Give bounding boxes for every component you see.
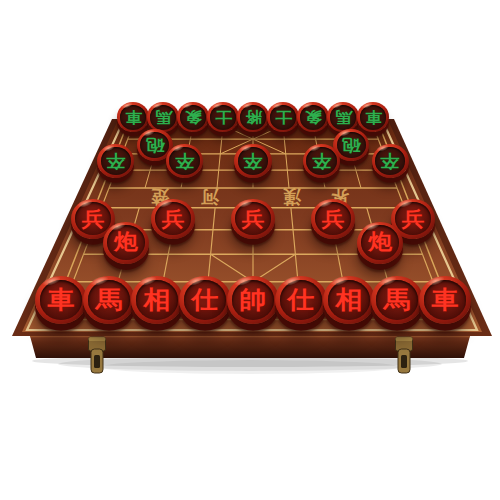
piece-black-king[interactable]: 將 [237,102,270,132]
piece-glyph: 兵 [322,209,345,229]
piece-face: 馬 [376,280,419,319]
piece-glyph: 兵 [402,209,425,229]
piece-glyph: 兵 [82,209,105,229]
piece-face: 士 [270,105,297,130]
piece-glyph: 車 [365,110,382,125]
piece-glyph: 卒 [312,152,331,169]
piece-face: 兵 [395,202,431,235]
piece-face: 車 [360,105,387,130]
piece-black-advisor[interactable]: 士 [267,102,300,132]
piece-black-horse[interactable]: 馬 [147,102,180,132]
piece-face: 相 [136,280,179,319]
piece-red-elephant[interactable]: 相 [131,276,183,324]
piece-red-horse[interactable]: 馬 [83,276,135,324]
piece-red-horse[interactable]: 馬 [371,276,423,324]
piece-black-chariot[interactable]: 車 [117,102,150,132]
piece-black-soldier[interactable]: 卒 [166,144,203,178]
piece-face: 車 [424,280,467,319]
piece-black-soldier[interactable]: 卒 [303,144,340,178]
piece-black-soldier[interactable]: 卒 [97,144,134,178]
piece-red-advisor[interactable]: 仕 [179,276,231,324]
piece-glyph: 兵 [242,209,265,229]
piece-face: 士 [210,105,237,130]
piece-face: 兵 [315,202,351,235]
piece-red-chariot[interactable]: 車 [35,276,87,324]
piece-face: 炮 [107,225,145,260]
piece-glyph: 將 [245,110,262,125]
piece-glyph: 車 [431,288,458,312]
piece-glyph: 帥 [239,288,266,312]
piece-glyph: 仕 [287,288,314,312]
piece-face: 將 [240,105,267,130]
piece-glyph: 相 [143,288,170,312]
piece-face: 象 [300,105,327,130]
piece-glyph: 象 [185,110,202,125]
piece-face: 車 [40,280,83,319]
piece-face: 馬 [150,105,177,130]
piece-face: 卒 [306,147,336,175]
piece-glyph: 卒 [243,152,262,169]
piece-glyph: 馬 [155,110,172,125]
piece-face: 車 [120,105,147,130]
piece-face: 炮 [361,225,399,260]
piece-glyph: 炮 [114,232,138,253]
piece-glyph: 象 [305,110,322,125]
piece-face: 卒 [238,147,268,175]
piece-black-advisor[interactable]: 士 [207,102,240,132]
piece-red-cannon[interactable]: 炮 [103,222,149,264]
piece-red-soldier[interactable]: 兵 [151,199,194,239]
piece-glyph: 馬 [383,288,410,312]
piece-glyph: 卒 [175,152,194,169]
piece-glyph: 卒 [380,152,399,169]
piece-face: 砲 [337,132,366,159]
piece-face: 相 [328,280,371,319]
piece-face: 帥 [232,280,275,319]
piece-glyph: 兵 [162,209,185,229]
piece-glyph: 砲 [146,137,164,154]
piece-red-chariot[interactable]: 車 [419,276,471,324]
piece-glyph: 相 [335,288,362,312]
piece-glyph: 士 [275,110,292,125]
piece-face: 兵 [155,202,191,235]
piece-black-elephant[interactable]: 象 [177,102,210,132]
piece-red-soldier[interactable]: 兵 [231,199,274,239]
piece-glyph: 馬 [95,288,122,312]
piece-face: 馬 [330,105,357,130]
piece-face: 兵 [235,202,271,235]
piece-face: 卒 [375,147,405,175]
piece-red-elephant[interactable]: 相 [323,276,375,324]
piece-black-soldier[interactable]: 卒 [372,144,409,178]
piece-face: 卒 [101,147,131,175]
piece-face: 砲 [140,132,169,159]
piece-glyph: 卒 [106,152,125,169]
piece-red-cannon[interactable]: 炮 [357,222,403,264]
piece-face: 象 [180,105,207,130]
piece-red-king[interactable]: 帥 [227,276,279,324]
xiangqi-set-photo: 楚河漢界 車馬象士將士象馬車砲砲卒卒卒卒卒兵兵兵兵兵炮炮車馬相仕帥仕相馬車 [0,0,500,500]
piece-face: 卒 [169,147,199,175]
piece-glyph: 車 [47,288,74,312]
piece-glyph: 砲 [342,137,360,154]
piece-face: 仕 [184,280,227,319]
piece-glyph: 車 [125,110,142,125]
piece-glyph: 炮 [368,232,392,253]
piece-black-horse[interactable]: 馬 [327,102,360,132]
piece-red-soldier[interactable]: 兵 [311,199,354,239]
piece-glyph: 馬 [335,110,352,125]
piece-red-advisor[interactable]: 仕 [275,276,327,324]
piece-glyph: 仕 [191,288,218,312]
piece-glyph: 士 [215,110,232,125]
pieces-layer: 車馬象士將士象馬車砲砲卒卒卒卒卒兵兵兵兵兵炮炮車馬相仕帥仕相馬車 [0,0,500,500]
piece-face: 仕 [280,280,323,319]
piece-face: 兵 [75,202,111,235]
piece-face: 馬 [88,280,131,319]
piece-black-chariot[interactable]: 車 [357,102,390,132]
piece-black-soldier[interactable]: 卒 [234,144,271,178]
piece-black-elephant[interactable]: 象 [297,102,330,132]
